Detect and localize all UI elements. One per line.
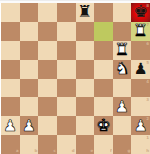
square-c3[interactable] (38, 97, 57, 116)
file-label-g: g (128, 149, 131, 153)
square-f5[interactable] (94, 60, 113, 79)
square-b5[interactable] (20, 60, 39, 79)
square-a7[interactable] (1, 22, 20, 41)
square-h2[interactable]: 2♟ (131, 116, 150, 135)
file-label-e: e (90, 149, 93, 153)
square-a2[interactable]: ♟ (1, 116, 20, 135)
square-d4[interactable] (57, 79, 76, 98)
square-d1[interactable]: d (57, 135, 76, 154)
square-e1[interactable]: e (76, 135, 95, 154)
square-h5[interactable]: 5♟ (131, 60, 150, 79)
chess-board[interactable]: ♜8♚7♜♜6♞5♟4♟3♟♟♚2♟abcdefg1h (1, 3, 150, 154)
rank-label-1: 1 (146, 136, 149, 140)
square-g7[interactable] (113, 22, 132, 41)
square-e5[interactable] (76, 60, 95, 79)
square-g3[interactable]: ♟ (113, 97, 132, 116)
square-c4[interactable] (38, 79, 57, 98)
square-b8[interactable] (20, 3, 39, 22)
square-b6[interactable] (20, 41, 39, 60)
square-g1[interactable]: g (113, 135, 132, 154)
square-h4[interactable]: 4 (131, 79, 150, 98)
square-c1[interactable]: c (38, 135, 57, 154)
white-pawn-g3[interactable]: ♟ (115, 97, 129, 115)
square-b3[interactable] (20, 97, 39, 116)
square-c2[interactable] (38, 116, 57, 135)
square-f1[interactable]: f (94, 135, 113, 154)
square-c7[interactable] (38, 22, 57, 41)
square-a6[interactable] (1, 41, 20, 60)
square-d2[interactable] (57, 116, 76, 135)
square-h6[interactable]: 6 (131, 41, 150, 60)
file-label-h: h (146, 149, 149, 153)
square-d6[interactable] (57, 41, 76, 60)
white-pawn-a2[interactable]: ♟ (3, 116, 17, 134)
square-g5[interactable]: ♞ (113, 60, 132, 79)
black-pawn-h5[interactable]: ♟ (134, 60, 148, 78)
rank-label-6: 6 (146, 42, 149, 46)
file-label-f: f (110, 149, 112, 153)
square-b4[interactable] (20, 79, 39, 98)
white-king-f2[interactable]: ♚ (96, 116, 111, 134)
square-e6[interactable] (76, 41, 95, 60)
square-f4[interactable] (94, 79, 113, 98)
rank-label-3: 3 (146, 98, 149, 102)
rank-label-4: 4 (146, 80, 149, 84)
square-g2[interactable] (113, 116, 132, 135)
square-g8[interactable] (113, 3, 132, 22)
white-knight-g5[interactable]: ♞ (115, 60, 130, 78)
square-h3[interactable]: 3 (131, 97, 150, 116)
square-g4[interactable] (113, 79, 132, 98)
square-e3[interactable] (76, 97, 95, 116)
square-b1[interactable]: b (20, 135, 39, 154)
square-f6[interactable] (94, 41, 113, 60)
square-h1[interactable]: 1h (131, 135, 150, 154)
square-e2[interactable] (76, 116, 95, 135)
white-rook-h7[interactable]: ♜ (133, 22, 148, 40)
black-rook-e8[interactable]: ♜ (77, 3, 92, 21)
square-e4[interactable] (76, 79, 95, 98)
white-pawn-b2[interactable]: ♟ (22, 116, 36, 134)
square-c6[interactable] (38, 41, 57, 60)
square-b7[interactable] (20, 22, 39, 41)
white-pawn-h2[interactable]: ♟ (134, 116, 148, 134)
square-f2[interactable]: ♚ (94, 116, 113, 135)
square-c5[interactable] (38, 60, 57, 79)
square-e8[interactable]: ♜ (76, 3, 95, 22)
square-a1[interactable]: a (1, 135, 20, 154)
square-a5[interactable] (1, 60, 20, 79)
file-label-c: c (54, 149, 56, 153)
square-d5[interactable] (57, 60, 76, 79)
square-b2[interactable]: ♟ (20, 116, 39, 135)
square-e7[interactable] (76, 22, 95, 41)
square-h7[interactable]: 7♜ (131, 22, 150, 41)
square-f7[interactable] (94, 22, 113, 41)
square-d7[interactable] (57, 22, 76, 41)
file-label-b: b (34, 149, 37, 153)
file-label-a: a (16, 149, 19, 153)
square-c8[interactable] (38, 3, 57, 22)
square-d3[interactable] (57, 97, 76, 116)
white-rook-g6[interactable]: ♜ (115, 41, 130, 59)
square-h8[interactable]: 8♚ (131, 3, 150, 22)
square-g6[interactable]: ♜ (113, 41, 132, 60)
square-f3[interactable] (94, 97, 113, 116)
square-a4[interactable] (1, 79, 20, 98)
square-d8[interactable] (57, 3, 76, 22)
file-label-d: d (72, 149, 75, 153)
square-a8[interactable] (1, 3, 20, 22)
square-a3[interactable] (1, 97, 20, 116)
square-f8[interactable] (94, 3, 113, 22)
black-king-h8[interactable]: ♚ (133, 3, 148, 21)
